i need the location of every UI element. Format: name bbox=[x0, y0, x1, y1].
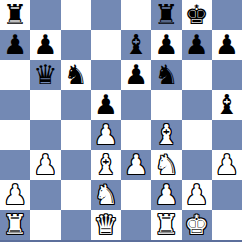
square-h8[interactable] bbox=[212, 0, 242, 30]
square-f1[interactable]: ♜ bbox=[151, 210, 181, 240]
square-h5[interactable]: ♝ bbox=[212, 90, 242, 120]
black-knight[interactable]: ♞ bbox=[64, 61, 88, 88]
square-d3[interactable]: ♝ bbox=[91, 150, 121, 180]
black-king[interactable]: ♚ bbox=[185, 1, 209, 28]
black-knight[interactable]: ♞ bbox=[154, 61, 178, 88]
black-pawn[interactable]: ♟ bbox=[215, 31, 239, 58]
square-a4[interactable] bbox=[0, 120, 30, 150]
square-f8[interactable]: ♜ bbox=[151, 0, 181, 30]
square-f6[interactable]: ♞ bbox=[151, 60, 181, 90]
square-h6[interactable] bbox=[212, 60, 242, 90]
square-h7[interactable]: ♟ bbox=[212, 30, 242, 60]
square-a8[interactable]: ♜ bbox=[0, 0, 30, 30]
square-f4[interactable]: ♝ bbox=[151, 120, 181, 150]
square-a7[interactable]: ♟ bbox=[0, 30, 30, 60]
square-a6[interactable] bbox=[0, 60, 30, 90]
square-b5[interactable] bbox=[30, 90, 60, 120]
square-g7[interactable]: ♟ bbox=[182, 30, 212, 60]
square-g5[interactable] bbox=[182, 90, 212, 120]
square-e8[interactable] bbox=[121, 0, 151, 30]
black-rook[interactable]: ♜ bbox=[154, 1, 178, 28]
white-pawn[interactable]: ♟ bbox=[215, 151, 239, 178]
white-queen[interactable]: ♛ bbox=[94, 211, 118, 238]
square-a3[interactable] bbox=[0, 150, 30, 180]
white-pawn[interactable]: ♟ bbox=[3, 181, 27, 208]
square-b2[interactable] bbox=[30, 180, 60, 210]
square-c3[interactable] bbox=[61, 150, 91, 180]
white-knight[interactable]: ♞ bbox=[94, 181, 118, 208]
square-g8[interactable]: ♚ bbox=[182, 0, 212, 30]
square-b7[interactable]: ♟ bbox=[30, 30, 60, 60]
square-e7[interactable]: ♝ bbox=[121, 30, 151, 60]
black-rook[interactable]: ♜ bbox=[3, 1, 27, 28]
white-pawn[interactable]: ♟ bbox=[33, 151, 57, 178]
square-a2[interactable]: ♟ bbox=[0, 180, 30, 210]
square-f7[interactable]: ♟ bbox=[151, 30, 181, 60]
black-pawn[interactable]: ♟ bbox=[33, 31, 57, 58]
square-a5[interactable] bbox=[0, 90, 30, 120]
square-e3[interactable]: ♟ bbox=[121, 150, 151, 180]
square-b8[interactable] bbox=[30, 0, 60, 30]
square-g3[interactable] bbox=[182, 150, 212, 180]
square-d1[interactable]: ♛ bbox=[91, 210, 121, 240]
square-e4[interactable] bbox=[121, 120, 151, 150]
white-rook[interactable]: ♜ bbox=[154, 211, 178, 238]
white-pawn[interactable]: ♟ bbox=[124, 151, 148, 178]
square-c7[interactable] bbox=[61, 30, 91, 60]
white-king[interactable]: ♚ bbox=[185, 211, 209, 238]
white-pawn[interactable]: ♟ bbox=[94, 121, 118, 148]
black-pawn[interactable]: ♟ bbox=[185, 31, 209, 58]
square-e1[interactable] bbox=[121, 210, 151, 240]
square-b6[interactable]: ♛ bbox=[30, 60, 60, 90]
black-bishop[interactable]: ♝ bbox=[215, 91, 239, 118]
black-bishop[interactable]: ♝ bbox=[124, 31, 148, 58]
square-d2[interactable]: ♞ bbox=[91, 180, 121, 210]
square-c1[interactable] bbox=[61, 210, 91, 240]
chess-board: ♜♜♚♟♟♝♟♟♟♛♞♟♞♟♝♟♝♟♝♟♞♟♟♞♟♟♜♛♜♚ bbox=[0, 0, 242, 240]
square-c5[interactable] bbox=[61, 90, 91, 120]
square-e5[interactable] bbox=[121, 90, 151, 120]
square-d8[interactable] bbox=[91, 0, 121, 30]
square-c4[interactable] bbox=[61, 120, 91, 150]
square-d5[interactable]: ♟ bbox=[91, 90, 121, 120]
square-b1[interactable] bbox=[30, 210, 60, 240]
square-h2[interactable] bbox=[212, 180, 242, 210]
square-h1[interactable] bbox=[212, 210, 242, 240]
white-pawn[interactable]: ♟ bbox=[154, 181, 178, 208]
white-bishop[interactable]: ♝ bbox=[154, 121, 178, 148]
square-h4[interactable] bbox=[212, 120, 242, 150]
white-pawn[interactable]: ♟ bbox=[185, 181, 209, 208]
square-h3[interactable]: ♟ bbox=[212, 150, 242, 180]
black-pawn[interactable]: ♟ bbox=[3, 31, 27, 58]
square-c2[interactable] bbox=[61, 180, 91, 210]
square-b3[interactable]: ♟ bbox=[30, 150, 60, 180]
white-bishop[interactable]: ♝ bbox=[94, 151, 118, 178]
square-d6[interactable] bbox=[91, 60, 121, 90]
black-pawn[interactable]: ♟ bbox=[94, 91, 118, 118]
black-pawn[interactable]: ♟ bbox=[154, 31, 178, 58]
square-g1[interactable]: ♚ bbox=[182, 210, 212, 240]
square-c6[interactable]: ♞ bbox=[61, 60, 91, 90]
square-c8[interactable] bbox=[61, 0, 91, 30]
white-rook[interactable]: ♜ bbox=[3, 211, 27, 238]
square-e2[interactable] bbox=[121, 180, 151, 210]
chess-board-wrapper: ♜♜♚♟♟♝♟♟♟♛♞♟♞♟♝♟♝♟♝♟♞♟♟♞♟♟♜♛♜♚ bbox=[0, 0, 242, 242]
square-e6[interactable]: ♟ bbox=[121, 60, 151, 90]
square-g4[interactable] bbox=[182, 120, 212, 150]
black-pawn[interactable]: ♟ bbox=[124, 61, 148, 88]
square-f2[interactable]: ♟ bbox=[151, 180, 181, 210]
square-a1[interactable]: ♜ bbox=[0, 210, 30, 240]
square-f3[interactable]: ♞ bbox=[151, 150, 181, 180]
square-d7[interactable] bbox=[91, 30, 121, 60]
white-knight[interactable]: ♞ bbox=[154, 151, 178, 178]
square-b4[interactable] bbox=[30, 120, 60, 150]
square-g2[interactable]: ♟ bbox=[182, 180, 212, 210]
square-d4[interactable]: ♟ bbox=[91, 120, 121, 150]
square-g6[interactable] bbox=[182, 60, 212, 90]
black-queen[interactable]: ♛ bbox=[33, 61, 57, 88]
square-f5[interactable] bbox=[151, 90, 181, 120]
